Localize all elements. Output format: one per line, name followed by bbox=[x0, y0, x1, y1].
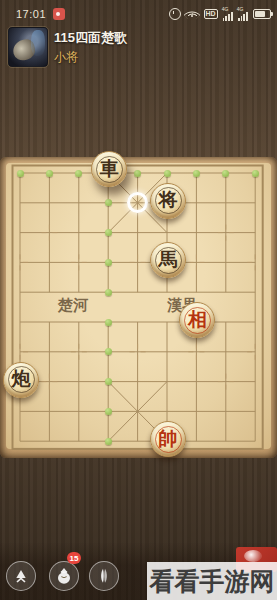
move-dot[interactable] bbox=[105, 259, 112, 266]
battery-icon bbox=[253, 9, 271, 19]
move-dot[interactable] bbox=[222, 170, 229, 177]
phone-screen: 17:01 HD 115四面楚歌 小将 bbox=[0, 0, 277, 600]
move-dot[interactable] bbox=[75, 170, 82, 177]
move-dot[interactable] bbox=[105, 319, 112, 326]
move-dot[interactable] bbox=[105, 289, 112, 296]
move-dot[interactable] bbox=[105, 378, 112, 385]
recording-indicator-icon bbox=[53, 8, 65, 20]
hd-icon: HD bbox=[204, 9, 218, 19]
move-dot[interactable] bbox=[105, 438, 112, 445]
move-dot[interactable] bbox=[193, 170, 200, 177]
menu-arrow-icon bbox=[11, 566, 31, 586]
player-header: 115四面楚歌 小将 bbox=[8, 27, 127, 67]
black-general[interactable]: 将 bbox=[150, 183, 186, 219]
river-label-left: 楚河 bbox=[58, 296, 112, 314]
move-dot[interactable] bbox=[105, 229, 112, 236]
move-dot[interactable] bbox=[105, 199, 112, 206]
pray-hands-icon bbox=[94, 566, 114, 586]
move-dot[interactable] bbox=[105, 348, 112, 355]
red-general[interactable]: 帥 bbox=[150, 421, 186, 457]
signal2-icon bbox=[238, 8, 248, 21]
hint-bag-icon bbox=[54, 566, 74, 586]
pray-hands-button[interactable] bbox=[89, 561, 119, 591]
hint-count-badge: 15 bbox=[67, 552, 81, 564]
clock-time: 17:01 bbox=[16, 8, 46, 20]
avatar[interactable] bbox=[8, 27, 48, 67]
wifi-icon bbox=[186, 9, 199, 20]
watermark-text: 看看手游网 bbox=[150, 565, 275, 598]
move-dot[interactable] bbox=[17, 170, 24, 177]
move-dot[interactable] bbox=[164, 170, 171, 177]
move-dot[interactable] bbox=[252, 170, 259, 177]
player-rank: 小将 bbox=[54, 49, 127, 66]
signal-icon bbox=[223, 8, 233, 21]
status-bar: 17:01 HD bbox=[0, 4, 277, 24]
move-dot[interactable] bbox=[134, 170, 141, 177]
watermark: 看看手游网 bbox=[147, 562, 277, 600]
level-title: 115四面楚歌 bbox=[54, 29, 127, 47]
black-chariot[interactable]: 車 bbox=[91, 151, 127, 187]
black-cannon[interactable]: 炮 bbox=[3, 362, 39, 398]
menu-arrow-button[interactable] bbox=[6, 561, 36, 591]
move-dot[interactable] bbox=[105, 408, 112, 415]
alarm-clock-icon bbox=[169, 8, 181, 20]
hint-bag-button[interactable] bbox=[49, 561, 79, 591]
move-dot[interactable] bbox=[46, 170, 53, 177]
